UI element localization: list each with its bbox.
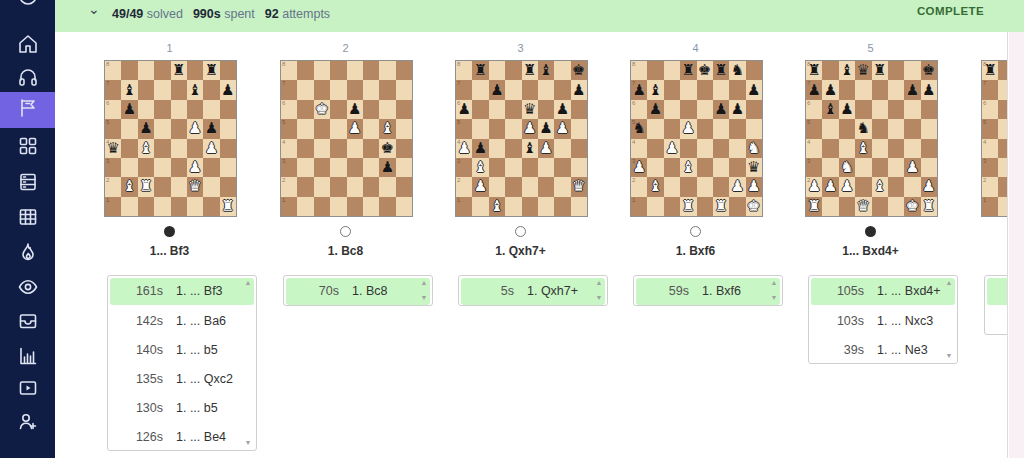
white-pawn-piece: ♟	[806, 177, 822, 196]
sidebar-item-grid[interactable]	[0, 130, 55, 166]
board-square	[998, 119, 1008, 138]
white-bishop-piece: ♝	[872, 177, 888, 196]
white-pawn-piece: ♟	[729, 177, 745, 196]
board-square: 6	[806, 100, 822, 119]
sidebar-item-server[interactable]	[0, 166, 55, 202]
board-square: 4♟	[456, 139, 472, 158]
board-square	[839, 119, 855, 138]
board-square: 4	[631, 139, 647, 158]
white-pawn-piece: ♟	[680, 119, 696, 138]
board-square: 2	[456, 177, 472, 196]
board-square	[472, 119, 488, 138]
black-bishop-piece: ♝	[538, 61, 554, 80]
black-bishop-piece: ♝	[839, 61, 855, 80]
board-square: 3	[456, 158, 472, 177]
board-square: 1	[982, 197, 998, 216]
board-square	[647, 139, 663, 158]
board-square: 3	[105, 158, 121, 177]
black-pawn-piece: ♟	[220, 80, 236, 99]
scroll-down-arrow[interactable]: ▼	[944, 352, 954, 360]
board-square	[171, 177, 187, 196]
board-square	[855, 177, 871, 196]
board-square: 5	[281, 119, 297, 138]
sidebar	[0, 0, 55, 458]
white-bishop-piece: ♝	[121, 177, 137, 196]
white-king-piece: ♚	[746, 197, 762, 216]
board-square: 4	[982, 139, 998, 158]
spent-label: spent	[224, 7, 255, 21]
white-bishop-piece: ♝	[472, 158, 488, 177]
board-square	[921, 139, 937, 158]
attempts-list: 161s1. ... Bf3142s1. ... Ba6140s1. ... b…	[107, 275, 257, 451]
attempt-row[interactable]: 59s1. Bxf6	[636, 278, 780, 305]
chess-board-1[interactable]: 8♜♜7♝♝♟6♟5♟♟♟4♛♝♟3♟2♝♜♛1♜	[104, 60, 237, 217]
board-square	[330, 119, 346, 138]
black-king-piece: ♚	[697, 61, 713, 80]
solution-move-label: 1... Bf3	[104, 244, 235, 258]
black-pawn-piece: ♟	[904, 80, 920, 99]
attempt-move: 1. Bxf6	[702, 278, 741, 305]
board-square	[396, 197, 412, 216]
board-square: ♟	[904, 158, 920, 177]
white-pawn-piece: ♟	[554, 119, 570, 138]
board-square	[396, 139, 412, 158]
black-pawn-piece: ♟	[456, 100, 472, 119]
black-king-piece: ♚	[379, 139, 395, 158]
board-square	[888, 61, 904, 80]
attempt-move: 1. ... b5	[176, 394, 218, 423]
board-square	[571, 158, 587, 177]
chess-board-5[interactable]: 8♜♝♛♜♚7♟♟♟♟6♝♟5♞4♝3♞♟2♟♟♟♝♟1♜♛♚♜	[805, 60, 938, 217]
attempts-list: 5s1. Qxh7+▲▼	[458, 275, 608, 306]
black-rook-piece: ♜	[713, 61, 729, 80]
board-square: ♟	[921, 80, 937, 99]
board-square	[121, 197, 137, 216]
board-square	[746, 61, 762, 80]
board-square	[505, 158, 521, 177]
board-square: ♝	[647, 80, 663, 99]
board-square	[297, 197, 313, 216]
board-square: ♟	[921, 177, 937, 196]
board-square: ♝	[855, 139, 871, 158]
sidebar-item-bar-chart[interactable]	[0, 340, 55, 376]
board-square	[363, 119, 379, 138]
board-square: 6	[281, 100, 297, 119]
eye-icon	[17, 276, 39, 302]
solved-label: solved	[147, 7, 183, 21]
chess-board-4[interactable]: 8♜♚♜♞7♟♝♟6♟♟♟5♞♟4♟♞3♟♝♛2♝♟♟1♜♜♚	[630, 60, 763, 217]
board-square: 6	[982, 100, 998, 119]
board-square	[697, 177, 713, 196]
board-square: ♛	[187, 177, 203, 196]
to-move-indicator	[455, 226, 586, 237]
black-rook-piece: ♜	[872, 61, 888, 80]
solution-move-label: 1. Bc8	[280, 244, 411, 258]
board-square: ♝	[472, 158, 488, 177]
puzzle-set-page: ⌄ 49/49 solved990s spent92 attempts COMP…	[0, 0, 1024, 458]
white-pawn-piece: ♟	[921, 177, 937, 196]
attempt-row[interactable]: 126s1. ... Be4	[108, 423, 256, 452]
board-square: 1	[631, 197, 647, 216]
board-square	[554, 197, 570, 216]
board-square: ♝	[647, 177, 663, 196]
board-square: ♟	[538, 119, 554, 138]
board-square	[822, 119, 838, 138]
board-square	[872, 158, 888, 177]
board-square	[171, 197, 187, 216]
board-square: 7♟	[631, 80, 647, 99]
chess-board-6[interactable]: 8♜7654321	[981, 60, 1008, 217]
board-square	[330, 61, 346, 80]
board-number: 1	[104, 42, 235, 54]
attempt-row[interactable]	[987, 278, 1008, 305]
board-square	[664, 177, 680, 196]
board-square	[664, 158, 680, 177]
attempt-move: 1. Qxh7+	[527, 278, 578, 305]
board-square	[154, 139, 170, 158]
board-square: 7♟	[806, 80, 822, 99]
flag-icon	[17, 97, 39, 123]
attempts-label: attempts	[282, 7, 330, 21]
black-bishop-piece: ♝	[647, 80, 663, 99]
scroll-up-arrow[interactable]: ▲	[594, 279, 604, 287]
black-pawn-piece: ♟	[806, 80, 822, 99]
board-square	[998, 158, 1008, 177]
board-square	[220, 61, 236, 80]
board-square	[379, 80, 395, 99]
attempt-row[interactable]: 5s1. Qxh7+	[461, 278, 605, 305]
board-square	[203, 197, 219, 216]
board-square	[822, 61, 838, 80]
board-square: ♟	[729, 177, 745, 196]
board-square	[220, 119, 236, 138]
board-square	[998, 61, 1008, 80]
white-pawn-piece: ♟	[347, 119, 363, 138]
board-square	[872, 119, 888, 138]
scroll-down-arrow[interactable]: ▼	[243, 439, 253, 447]
sidebar-item-video[interactable]	[0, 372, 55, 408]
board-square: ♜	[680, 61, 696, 80]
board-square: ♟	[220, 80, 236, 99]
board-square	[489, 119, 505, 138]
board-square	[154, 177, 170, 196]
board-square	[314, 61, 330, 80]
attempts-list: 70s1. Bc8▲▼	[283, 275, 433, 306]
board-square	[297, 177, 313, 196]
board-square: 1	[456, 197, 472, 216]
board-square	[154, 158, 170, 177]
board-square	[697, 100, 713, 119]
black-rook-piece: ♜	[171, 61, 187, 80]
board-square: ♝	[680, 158, 696, 177]
board-square	[121, 139, 137, 158]
black-pawn-piece: ♟	[138, 119, 154, 138]
board-square: 4	[806, 139, 822, 158]
board-square	[647, 158, 663, 177]
board-square	[171, 100, 187, 119]
board-square	[538, 177, 554, 196]
black-pawn-piece: ♟	[822, 80, 838, 99]
sidebar-item-eye[interactable]	[0, 271, 55, 307]
board-square	[396, 177, 412, 196]
board-square	[713, 80, 729, 99]
board-square	[571, 119, 587, 138]
board-square	[855, 100, 871, 119]
white-rook-piece: ♜	[138, 177, 154, 196]
white-bishop-piece: ♝	[379, 119, 395, 138]
black-rook-piece: ♜	[680, 61, 696, 80]
board-square: ♟	[187, 158, 203, 177]
board-square: 3♟	[631, 158, 647, 177]
board-square	[505, 61, 521, 80]
attempt-time: 135s	[108, 365, 163, 394]
attempt-row[interactable]: 105s1. ... Bxd4+	[811, 278, 955, 305]
board-square: 2♟	[806, 177, 822, 196]
board-square	[363, 197, 379, 216]
black-pawn-piece: ♟	[121, 100, 137, 119]
board-square	[538, 80, 554, 99]
board-square: ♟	[489, 80, 505, 99]
board-square	[363, 100, 379, 119]
black-queen-piece: ♛	[522, 100, 538, 119]
board-square	[489, 139, 505, 158]
attempt-row[interactable]: 140s1. ... b5	[108, 336, 256, 365]
board-square	[522, 80, 538, 99]
black-pawn-piece: ♟	[347, 100, 363, 119]
board-square	[154, 80, 170, 99]
board-square: 5	[806, 119, 822, 138]
board-square	[746, 100, 762, 119]
board-square	[472, 197, 488, 216]
board-square	[138, 80, 154, 99]
black-rook-piece: ♜	[472, 61, 488, 80]
board-square: ♟	[839, 177, 855, 196]
board-square	[314, 119, 330, 138]
white-queen-piece: ♛	[855, 197, 871, 216]
list-scrollbar[interactable]: ▲▼	[242, 276, 255, 450]
board-square	[729, 80, 745, 99]
attempt-time: 5s	[459, 278, 514, 305]
scroll-up-arrow[interactable]: ▲	[944, 279, 954, 287]
board-square: 8	[631, 61, 647, 80]
board-square: ♚	[904, 197, 920, 216]
board-square	[554, 158, 570, 177]
board-square	[363, 177, 379, 196]
attempt-row[interactable]: 135s1. ... Qxc2	[108, 365, 256, 394]
board-square	[998, 139, 1008, 158]
white-king-piece: ♚	[904, 197, 920, 216]
board-square	[697, 158, 713, 177]
board-square	[396, 119, 412, 138]
black-bishop-piece: ♝	[187, 80, 203, 99]
board-square	[187, 100, 203, 119]
board-square	[680, 100, 696, 119]
board-square	[554, 177, 570, 196]
board-square	[379, 177, 395, 196]
attempt-row[interactable]: 39s1. ... Ne3	[809, 336, 957, 365]
board-square: ♚	[379, 139, 395, 158]
board-square	[363, 61, 379, 80]
board-square	[998, 177, 1008, 196]
board-square	[138, 158, 154, 177]
board-number: 3	[455, 42, 586, 54]
board-square	[746, 119, 762, 138]
list-scrollbar[interactable]: ▲▼	[943, 276, 956, 363]
board-square	[664, 80, 680, 99]
sidebar-item-user-plus[interactable]	[0, 405, 55, 441]
board-square	[297, 80, 313, 99]
board-square: ♝	[489, 197, 505, 216]
list-scrollbar[interactable]: ▲▼	[768, 276, 781, 305]
board-square	[347, 139, 363, 158]
scroll-down-arrow[interactable]: ▼	[769, 294, 779, 302]
board-square	[647, 197, 663, 216]
attempt-row[interactable]	[985, 307, 1008, 336]
board-square	[396, 61, 412, 80]
board-square	[839, 197, 855, 216]
board-square: ♜	[138, 177, 154, 196]
black-pawn-piece: ♟	[713, 100, 729, 119]
scroll-down-arrow[interactable]: ▼	[594, 294, 604, 302]
scroll-up-arrow[interactable]: ▲	[769, 279, 779, 287]
board-square	[347, 158, 363, 177]
attempt-time: 161s	[108, 278, 163, 305]
collapse-chevron-icon[interactable]: ⌄	[88, 1, 104, 17]
board-square	[713, 158, 729, 177]
board-square	[680, 80, 696, 99]
black-rook-piece: ♜	[522, 61, 538, 80]
board-square	[697, 80, 713, 99]
board-square	[472, 80, 488, 99]
board-square	[571, 197, 587, 216]
board-square	[664, 197, 680, 216]
board-square	[839, 139, 855, 158]
sidebar-item-home[interactable]	[0, 28, 55, 64]
white-pawn-piece: ♟	[839, 177, 855, 196]
black-knight-piece: ♞	[855, 119, 871, 138]
board-square: 8♜	[806, 61, 822, 80]
board-square: ♝	[379, 119, 395, 138]
attempt-row[interactable]: 70s1. Bc8	[286, 278, 430, 305]
sidebar-item-flame[interactable]	[0, 236, 55, 272]
board-square	[363, 80, 379, 99]
black-knight-piece: ♞	[631, 119, 647, 138]
black-pawn-piece: ♟	[379, 158, 395, 177]
board-square	[489, 100, 505, 119]
board-square: 2	[105, 177, 121, 196]
board-square: ♜	[472, 61, 488, 80]
board-square	[998, 197, 1008, 216]
white-king-piece: ♚	[314, 100, 330, 119]
chess-board-3[interactable]: 8♜♜♝♚7♟♟6♟♛♟5♟♟♟4♟♟♝♟3♝2♟♛1♝	[455, 60, 588, 217]
attempt-time: 140s	[108, 336, 163, 365]
white-bishop-piece: ♝	[647, 177, 663, 196]
board-square: ♟	[472, 139, 488, 158]
white-queen-piece: ♛	[187, 177, 203, 196]
board-square: ♜	[680, 197, 696, 216]
white-pawn-piece: ♟	[664, 139, 680, 158]
board-square	[379, 100, 395, 119]
sidebar-item-clock[interactable]	[0, 0, 55, 23]
white-bishop-piece: ♝	[489, 197, 505, 216]
server-icon	[17, 171, 39, 197]
board-square: ♟	[664, 139, 680, 158]
board-square: ♟	[472, 177, 488, 196]
board-square	[921, 158, 937, 177]
attempt-row[interactable]: 161s1. ... Bf3	[110, 278, 254, 305]
attempt-row[interactable]: 130s1. ... b5	[108, 394, 256, 423]
board-square: 6	[631, 100, 647, 119]
solution-move-label: 1. Bxf6	[630, 244, 761, 258]
right-gutter	[1009, 32, 1024, 458]
list-scrollbar[interactable]: ▲▼	[418, 276, 431, 305]
solution-move-label: 1... Bxd4+	[805, 244, 936, 258]
board-square	[171, 139, 187, 158]
board-square: ♟	[729, 100, 745, 119]
board-square	[921, 100, 937, 119]
to-move-indicator	[104, 226, 235, 237]
board-square	[505, 197, 521, 216]
board-square	[347, 61, 363, 80]
board-square: ♟	[554, 100, 570, 119]
to-move-indicator	[280, 226, 411, 237]
scroll-up-arrow[interactable]: ▲	[419, 279, 429, 287]
board-square: ♛	[855, 61, 871, 80]
board-square: ♝	[121, 177, 137, 196]
attempt-row[interactable]: 142s1. ... Ba6	[108, 307, 256, 336]
attempt-time: 59s	[634, 278, 689, 305]
board-square	[729, 197, 745, 216]
board-square: ♛	[855, 197, 871, 216]
board-square: ♟	[680, 119, 696, 138]
board-square	[330, 197, 346, 216]
board-square	[203, 158, 219, 177]
solved-count: 49/49	[112, 7, 143, 21]
board-square	[187, 197, 203, 216]
sidebar-item-table[interactable]	[0, 201, 55, 237]
board-square: 5	[105, 119, 121, 138]
white-rook-piece: ♜	[680, 197, 696, 216]
white-pawn-piece: ♟	[822, 177, 838, 196]
board-square	[154, 61, 170, 80]
board-square	[505, 139, 521, 158]
board-square: 8♜	[982, 61, 998, 80]
board-square	[220, 177, 236, 196]
board-square: ♛	[571, 177, 587, 196]
board-square: 7	[456, 80, 472, 99]
board-square	[187, 61, 203, 80]
summary-stats: 49/49 solved990s spent92 attempts	[112, 7, 330, 21]
board-square: ♟	[647, 100, 663, 119]
list-scrollbar[interactable]: ▲▼	[593, 276, 606, 305]
white-pawn-piece: ♟	[538, 139, 554, 158]
sidebar-item-inbox[interactable]	[0, 305, 55, 341]
attempt-move: 1. ... Bxd4+	[877, 278, 941, 305]
attempt-row[interactable]: 103s1. ... Nxc3	[809, 307, 957, 336]
board-square	[888, 158, 904, 177]
board-square	[379, 61, 395, 80]
sidebar-item-flag[interactable]	[0, 92, 55, 128]
to-move-indicator	[630, 226, 761, 237]
scroll-up-arrow[interactable]: ▲	[243, 279, 253, 287]
scroll-down-arrow[interactable]: ▼	[419, 294, 429, 302]
board-square: ♟	[746, 80, 762, 99]
board-square	[489, 177, 505, 196]
chess-board-2[interactable]: 876♚♟5♟♝4♚3♟21	[280, 60, 413, 217]
black-queen-piece: ♛	[746, 158, 762, 177]
board-square	[187, 139, 203, 158]
board-square	[664, 61, 680, 80]
